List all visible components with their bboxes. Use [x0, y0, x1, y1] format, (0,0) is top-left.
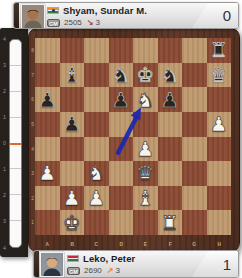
square-a5[interactable]	[35, 112, 60, 137]
rank-label-4: 4	[30, 139, 36, 159]
top-player-name: Shyam, Sundar M.	[63, 5, 147, 16]
top-player-bar: Shyam, Sundar M. GM 2505 ↘ 3 0	[13, 2, 239, 29]
square-c6[interactable]	[84, 87, 109, 112]
file-label-h: H	[209, 241, 229, 248]
eval-tick	[10, 117, 21, 118]
portrait-photo-icon	[22, 5, 44, 28]
bottom-title-badge: GM	[67, 267, 80, 275]
square-g6[interactable]	[182, 87, 207, 112]
eval-scale-label-6: 2	[0, 193, 8, 199]
flag-india	[47, 7, 59, 14]
square-c7[interactable]	[84, 63, 109, 88]
square-a8[interactable]	[35, 38, 60, 63]
file-label-b: B	[62, 241, 82, 248]
bottom-player-rating: 2690	[84, 266, 102, 275]
top-rating-change: 3	[96, 18, 100, 27]
square-a1[interactable]	[35, 210, 60, 235]
black-rook-h8[interactable]: ♜	[207, 38, 232, 63]
eval-tick	[10, 65, 21, 66]
eval-scale-label-1: 3	[0, 62, 8, 68]
bottom-player-name: Leko, Peter	[83, 253, 135, 264]
square-f3[interactable]	[158, 161, 183, 186]
bottom-player-bar: Leko, Peter GM 2690 ↗ 3 1	[33, 250, 239, 278]
file-label-e: E	[135, 241, 155, 248]
eval-scale-label-8: 4	[0, 245, 8, 251]
black-queen-h7[interactable]: ♛	[207, 63, 232, 88]
white-pawn-e4[interactable]: ♟	[133, 137, 158, 162]
rank-coordinates: 87654321	[29, 38, 36, 235]
white-pawn-h5[interactable]: ♟	[207, 112, 232, 137]
eval-scale-label-5: 1	[0, 166, 8, 172]
file-label-f: F	[160, 241, 180, 248]
portrait-photo-icon	[41, 253, 63, 276]
evaluation-bar-panel: 432101234	[0, 28, 28, 257]
top-score-zone	[192, 3, 238, 28]
eval-tick	[10, 168, 21, 169]
top-player-avatar	[21, 4, 45, 29]
square-d2[interactable]	[109, 186, 134, 211]
square-d8[interactable]	[109, 38, 134, 63]
square-g3[interactable]	[182, 161, 207, 186]
white-rook-f1[interactable]: ♜	[158, 210, 183, 235]
square-c5[interactable]	[84, 112, 109, 137]
square-h1[interactable]	[207, 210, 232, 235]
file-coordinates: ABCDEFGH	[35, 240, 231, 249]
bottom-score-zone	[192, 251, 238, 277]
square-h2[interactable]	[207, 186, 232, 211]
chess-broadcast-window: Shyam, Sundar M. GM 2505 ↘ 3 0 432101234…	[0, 0, 242, 278]
eval-scale-label-4: 0	[0, 140, 8, 146]
white-knight-c3[interactable]: ♞	[84, 161, 109, 186]
square-e8[interactable]	[133, 38, 158, 63]
eval-scale-label-2: 2	[0, 88, 8, 94]
square-c1[interactable]	[84, 210, 109, 235]
square-b3[interactable]	[60, 161, 85, 186]
black-king-e7[interactable]: ♚	[133, 63, 158, 88]
square-f2[interactable]	[158, 186, 183, 211]
white-bishop-e2[interactable]: ♝	[133, 186, 158, 211]
eval-tick	[10, 220, 21, 221]
square-g4[interactable]	[182, 137, 207, 162]
white-pawn-c2[interactable]: ♟	[84, 186, 109, 211]
black-pawn-f6[interactable]: ♟	[158, 87, 183, 112]
square-g2[interactable]	[182, 186, 207, 211]
rank-label-6: 6	[30, 90, 36, 110]
white-pawn-b2[interactable]: ♟	[60, 186, 85, 211]
flag-hungary-stripe	[68, 259, 78, 261]
square-d5[interactable]	[109, 112, 134, 137]
square-b8[interactable]	[60, 38, 85, 63]
top-bar-edge	[14, 3, 19, 28]
square-b6[interactable]	[60, 87, 85, 112]
eval-scale-label-7: 3	[0, 219, 8, 225]
rank-label-3: 3	[30, 164, 36, 184]
eval-scale-label-0: 4	[0, 36, 8, 42]
bottom-bar-edge	[34, 251, 39, 277]
eval-zero-marker	[10, 143, 21, 145]
square-h6[interactable]	[207, 87, 232, 112]
bottom-rating-trend-icon: ↗	[107, 266, 114, 275]
square-a2[interactable]	[35, 186, 60, 211]
square-h3[interactable]	[207, 161, 232, 186]
file-label-a: A	[37, 241, 57, 248]
top-player-rating: 2505	[64, 18, 82, 27]
square-d4[interactable]	[109, 137, 134, 162]
square-g5[interactable]	[182, 112, 207, 137]
chess-board: ♜♝♞♚♞♛♟♟♞♟♟♟♟♟♞♛♟♟♝♚♜ 87654321 ABCDEFGH	[28, 28, 240, 252]
square-g8[interactable]	[182, 38, 207, 63]
top-rating-trend-icon: ↘	[87, 18, 94, 27]
file-label-d: D	[111, 241, 131, 248]
file-label-c: C	[86, 241, 106, 248]
square-f4[interactable]	[158, 137, 183, 162]
top-player-info: Shyam, Sundar M. GM 2505 ↘ 3	[47, 5, 147, 28]
square-a7[interactable]	[35, 63, 60, 88]
rank-label-2: 2	[30, 188, 36, 208]
black-knight-f7[interactable]: ♞	[158, 63, 183, 88]
bottom-player-avatar	[40, 252, 64, 277]
rank-label-5: 5	[30, 114, 36, 134]
square-e5[interactable]	[133, 112, 158, 137]
bottom-player-info: Leko, Peter GM 2690 ↗ 3	[67, 253, 135, 276]
eval-tick	[10, 91, 21, 92]
rank-label-8: 8	[30, 40, 36, 60]
square-b4[interactable]	[60, 137, 85, 162]
eval-scale-label-3: 1	[0, 114, 8, 120]
black-pawn-d6[interactable]: ♟	[109, 87, 134, 112]
black-knight-d7[interactable]: ♞	[109, 63, 134, 88]
top-title-badge: GM	[47, 19, 60, 27]
flag-india-emblem	[52, 9, 55, 12]
square-g1[interactable]	[182, 210, 207, 235]
square-d3[interactable]	[109, 161, 134, 186]
rank-label-7: 7	[30, 65, 36, 85]
bottom-rating-change: 3	[116, 266, 120, 275]
square-g7[interactable]	[182, 63, 207, 88]
square-c8[interactable]	[84, 38, 109, 63]
square-d1[interactable]	[109, 210, 134, 235]
file-label-g: G	[184, 241, 204, 248]
white-knight-e6[interactable]: ♞	[133, 87, 158, 112]
evaluation-gauge	[9, 39, 22, 248]
square-a4[interactable]	[35, 137, 60, 162]
white-pawn-a3[interactable]: ♟	[35, 161, 60, 186]
top-player-score: 0	[223, 3, 231, 28]
square-c4[interactable]	[84, 137, 109, 162]
white-king-b1[interactable]: ♚	[60, 210, 85, 235]
black-bishop-b7[interactable]: ♝	[60, 63, 85, 88]
bottom-player-score: 1	[223, 251, 231, 277]
square-e1[interactable]	[133, 210, 158, 235]
flag-hungary	[67, 255, 79, 262]
white-queen-e3[interactable]: ♛	[133, 161, 158, 186]
square-f5[interactable]	[158, 112, 183, 137]
eval-tick	[10, 194, 21, 195]
black-pawn-a6[interactable]: ♟	[35, 87, 60, 112]
square-f8[interactable]	[158, 38, 183, 63]
rank-label-1: 1	[30, 213, 36, 233]
black-pawn-b5[interactable]: ♟	[60, 112, 85, 137]
square-h4[interactable]	[207, 137, 232, 162]
